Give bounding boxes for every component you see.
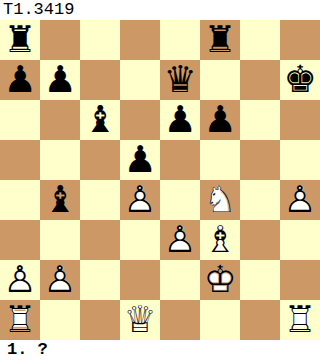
square-a5[interactable] (0, 140, 40, 180)
square-e3[interactable]: ♟♙ (160, 220, 200, 260)
square-g3[interactable] (240, 220, 280, 260)
black-bishop-icon: ♝ (80, 100, 120, 140)
square-g5[interactable] (240, 140, 280, 180)
square-h3[interactable] (280, 220, 320, 260)
square-d7[interactable] (120, 60, 160, 100)
white-pawn-icon: ♙ (40, 260, 80, 300)
square-e1[interactable] (160, 300, 200, 340)
white-pawn-icon: ♙ (0, 260, 40, 300)
square-a2[interactable]: ♟♙ (0, 260, 40, 300)
square-g6[interactable] (240, 100, 280, 140)
square-f5[interactable] (200, 140, 240, 180)
white-queen-fill: ♛ (120, 300, 160, 340)
white-knight-fill: ♞ (200, 180, 240, 220)
black-rook-icon: ♜ (0, 20, 40, 60)
square-c4[interactable] (80, 180, 120, 220)
square-f6[interactable]: ♟ (200, 100, 240, 140)
black-bishop-icon: ♝ (40, 180, 80, 220)
white-rook-fill: ♜ (280, 300, 320, 340)
white-pawn-fill: ♟ (120, 180, 160, 220)
square-d3[interactable] (120, 220, 160, 260)
square-h4[interactable]: ♟♙ (280, 180, 320, 220)
white-king-icon: ♔ (200, 260, 240, 300)
square-d5[interactable]: ♟ (120, 140, 160, 180)
square-d6[interactable] (120, 100, 160, 140)
square-e7[interactable]: ♛ (160, 60, 200, 100)
square-f2[interactable]: ♚♔ (200, 260, 240, 300)
white-rook-fill: ♜ (0, 300, 40, 340)
chess-board: ♜♜♟♟♛♚♝♟♟♟♝♟♙♞♘♟♙♟♙♝♗♟♙♟♙♚♔♜♖♛♕♜♖ (0, 20, 320, 340)
square-h2[interactable] (280, 260, 320, 300)
square-f4[interactable]: ♞♘ (200, 180, 240, 220)
square-b3[interactable] (40, 220, 80, 260)
square-c8[interactable] (80, 20, 120, 60)
square-h1[interactable]: ♜♖ (280, 300, 320, 340)
square-b8[interactable] (40, 20, 80, 60)
white-pawn-icon: ♙ (120, 180, 160, 220)
black-pawn-icon: ♟ (40, 60, 80, 100)
white-rook-icon: ♖ (280, 300, 320, 340)
square-b1[interactable] (40, 300, 80, 340)
black-pawn-icon: ♟ (0, 60, 40, 100)
square-a6[interactable] (0, 100, 40, 140)
square-e8[interactable] (160, 20, 200, 60)
square-d1[interactable]: ♛♕ (120, 300, 160, 340)
white-knight-icon: ♘ (200, 180, 240, 220)
square-c1[interactable] (80, 300, 120, 340)
black-queen-icon: ♛ (160, 60, 200, 100)
black-king-icon: ♚ (280, 60, 320, 100)
square-f7[interactable] (200, 60, 240, 100)
white-bishop-fill: ♝ (200, 220, 240, 260)
white-pawn-icon: ♙ (280, 180, 320, 220)
square-g4[interactable] (240, 180, 280, 220)
white-king-fill: ♚ (200, 260, 240, 300)
square-h7[interactable]: ♚ (280, 60, 320, 100)
square-b4[interactable]: ♝ (40, 180, 80, 220)
black-pawn-icon: ♟ (200, 100, 240, 140)
square-e2[interactable] (160, 260, 200, 300)
square-c7[interactable] (80, 60, 120, 100)
square-c6[interactable]: ♝ (80, 100, 120, 140)
white-pawn-icon: ♙ (160, 220, 200, 260)
square-d8[interactable] (120, 20, 160, 60)
square-e6[interactable]: ♟ (160, 100, 200, 140)
square-c5[interactable] (80, 140, 120, 180)
square-g1[interactable] (240, 300, 280, 340)
square-f8[interactable]: ♜ (200, 20, 240, 60)
square-g2[interactable] (240, 260, 280, 300)
square-e5[interactable] (160, 140, 200, 180)
square-b5[interactable] (40, 140, 80, 180)
square-a4[interactable] (0, 180, 40, 220)
square-c2[interactable] (80, 260, 120, 300)
square-a1[interactable]: ♜♖ (0, 300, 40, 340)
black-rook-icon: ♜ (200, 20, 240, 60)
square-b6[interactable] (40, 100, 80, 140)
square-h8[interactable] (280, 20, 320, 60)
white-pawn-fill: ♟ (40, 260, 80, 300)
square-h6[interactable] (280, 100, 320, 140)
square-h5[interactable] (280, 140, 320, 180)
chess-trainer-window: T1.3419 ♜♜♟♟♛♚♝♟♟♟♝♟♙♞♘♟♙♟♙♝♗♟♙♟♙♚♔♜♖♛♕♜… (0, 0, 320, 360)
white-pawn-fill: ♟ (280, 180, 320, 220)
white-rook-icon: ♖ (0, 300, 40, 340)
white-queen-icon: ♕ (120, 300, 160, 340)
puzzle-id: T1.3419 (0, 0, 320, 20)
square-d2[interactable] (120, 260, 160, 300)
square-a7[interactable]: ♟ (0, 60, 40, 100)
square-f1[interactable] (200, 300, 240, 340)
square-g7[interactable] (240, 60, 280, 100)
move-prompt: 1. ? (0, 340, 320, 360)
white-pawn-fill: ♟ (0, 260, 40, 300)
black-pawn-icon: ♟ (120, 140, 160, 180)
black-pawn-icon: ♟ (160, 100, 200, 140)
square-e4[interactable] (160, 180, 200, 220)
square-g8[interactable] (240, 20, 280, 60)
white-pawn-fill: ♟ (160, 220, 200, 260)
square-a8[interactable]: ♜ (0, 20, 40, 60)
square-d4[interactable]: ♟♙ (120, 180, 160, 220)
square-b7[interactable]: ♟ (40, 60, 80, 100)
square-a3[interactable] (0, 220, 40, 260)
square-b2[interactable]: ♟♙ (40, 260, 80, 300)
square-f3[interactable]: ♝♗ (200, 220, 240, 260)
white-bishop-icon: ♗ (200, 220, 240, 260)
square-c3[interactable] (80, 220, 120, 260)
